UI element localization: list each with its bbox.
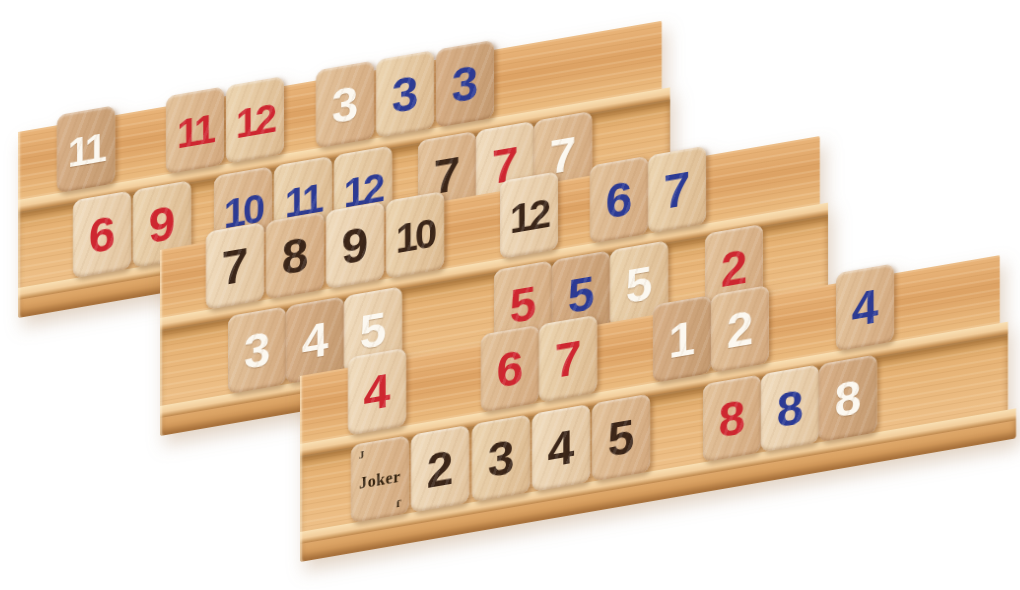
tile-black-9[interactable]: 9	[326, 201, 384, 289]
tile-number: 4	[302, 315, 329, 368]
tile-red-12[interactable]: 12	[226, 76, 284, 164]
tile-blue-6[interactable]: 6	[590, 156, 648, 244]
scene: 111112333 69101112777 789101267 3455552 …	[0, 0, 1020, 590]
tile-number: 7	[664, 164, 691, 217]
tile-white-3[interactable]: 3	[316, 61, 374, 149]
tile-number: 9	[342, 220, 369, 273]
tile-black-8[interactable]: 8	[266, 212, 324, 300]
tile-blue-3[interactable]: 3	[436, 40, 494, 128]
tile-black-12[interactable]: 12	[500, 171, 558, 259]
tile-black-10[interactable]: 10	[386, 191, 444, 279]
tile-number: 3	[452, 58, 479, 111]
tile-number: 8	[719, 393, 746, 446]
tile-number: 5	[360, 305, 387, 358]
tile-black-7[interactable]: 7	[206, 222, 264, 310]
tile-number: 12	[510, 193, 549, 240]
tile-white-3[interactable]: 3	[228, 306, 286, 394]
tile-red-11[interactable]: 11	[166, 86, 224, 174]
tile-number: 1	[669, 314, 696, 367]
tile-number: 5	[568, 269, 595, 322]
tile-number: 6	[497, 343, 524, 396]
tile-number: 2	[727, 304, 754, 357]
tile-number: 10	[396, 213, 435, 260]
tile-white-8[interactable]: 8	[819, 354, 877, 442]
tile-red-4[interactable]: 4	[348, 348, 406, 436]
tile-white-2[interactable]: 2	[711, 285, 769, 373]
tile-number: 3	[488, 433, 515, 486]
tile-number: 5	[510, 279, 537, 332]
tile-number: 3	[392, 69, 419, 122]
tile-red-6[interactable]: 6	[481, 325, 539, 413]
tile-red-6[interactable]: 6	[73, 190, 131, 278]
joker-corner-top: J	[359, 448, 365, 461]
tile-number: 3	[332, 79, 359, 132]
tile-number: 4	[548, 423, 575, 476]
tile-blue-7[interactable]: 7	[648, 146, 706, 234]
tile-number: 12	[236, 98, 275, 145]
tile-number: 11	[177, 108, 213, 154]
tile-white-11[interactable]: 11	[57, 105, 115, 193]
tile-black-4[interactable]: 4	[532, 404, 590, 492]
tile-blue-8[interactable]: 8	[761, 364, 819, 452]
tile-red-8[interactable]: 8	[703, 374, 761, 462]
tile-black-3[interactable]: 3	[472, 414, 530, 502]
tile-red-7[interactable]: 7	[539, 315, 597, 403]
tile-number: 11	[68, 127, 104, 173]
tile-black-5[interactable]: 5	[592, 394, 650, 482]
joker-label: Joker	[359, 468, 401, 493]
tile-white-1[interactable]: 1	[653, 295, 711, 383]
tile-number: 6	[89, 209, 116, 262]
tile-number: 8	[777, 383, 804, 436]
tile-joker[interactable]: JJokerJ	[351, 435, 409, 523]
tile-number: 5	[626, 259, 653, 312]
tile-number: 8	[282, 230, 309, 283]
tile-black-2[interactable]: 2	[411, 425, 469, 513]
tile-blue-4[interactable]: 4	[836, 263, 894, 351]
tile-number: 2	[721, 243, 748, 296]
tile-number: 7	[222, 241, 249, 294]
tile-number: 2	[427, 444, 454, 497]
tile-number: 4	[852, 282, 879, 335]
tile-number: 4	[364, 366, 391, 419]
tile-number: 6	[606, 174, 633, 227]
tile-number: 8	[835, 373, 862, 426]
tile-number: 3	[244, 325, 271, 378]
tile-number: 7	[555, 333, 582, 386]
joker-corner-bottom: J	[396, 498, 402, 511]
tile-number: 5	[608, 412, 635, 465]
tile-blue-3[interactable]: 3	[376, 50, 434, 138]
